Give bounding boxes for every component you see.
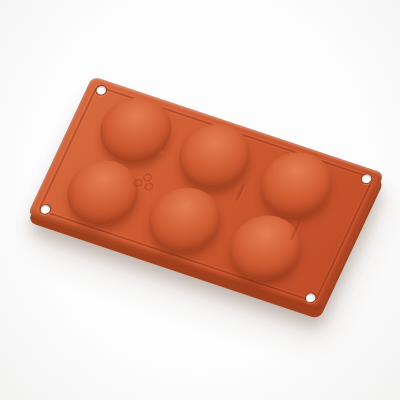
dome-cavity-2 <box>168 115 262 198</box>
corner-hole-bottom-right <box>303 291 319 305</box>
dome-cavity-4 <box>56 151 150 234</box>
embossed-ring <box>142 173 153 183</box>
embossed-ring <box>143 182 154 192</box>
dome-cavity-6 <box>218 207 312 290</box>
dome-cavity-1 <box>89 89 183 172</box>
corner-hole-top-left <box>94 83 110 97</box>
corner-hole-top-right <box>359 172 375 186</box>
photo-backdrop: ✳ <box>0 0 400 400</box>
silicone-mold: ✳ <box>28 76 385 312</box>
embossed-text-mark <box>235 184 246 202</box>
corner-hole-bottom-left <box>38 202 54 216</box>
dome-cavity-5 <box>138 179 232 262</box>
dome-cavity-3 <box>249 143 343 226</box>
